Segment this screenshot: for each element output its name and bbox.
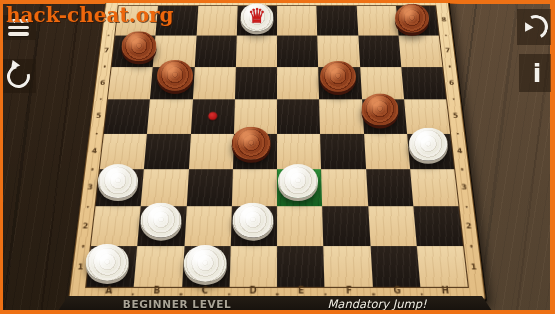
frame-nail xyxy=(236,0,238,2)
frame-nail xyxy=(276,293,279,296)
square-D1 xyxy=(229,246,277,287)
level-label: BEGINNER LEVEL xyxy=(123,298,231,310)
square-A6 xyxy=(108,67,153,100)
row-label-right-7: 7 xyxy=(445,48,451,54)
col-label-bottom-C: C xyxy=(202,287,209,294)
square-F7 xyxy=(317,36,359,67)
frame-nail xyxy=(465,206,468,208)
square-G5[interactable] xyxy=(362,99,407,133)
square-F5 xyxy=(319,99,363,133)
row-label-right-6: 6 xyxy=(449,80,455,86)
square-C7[interactable] xyxy=(194,36,236,67)
square-C6 xyxy=(192,67,235,100)
frame-nail xyxy=(456,132,459,134)
square-B6[interactable] xyxy=(150,67,194,100)
square-H6[interactable] xyxy=(401,67,446,100)
frame-nail xyxy=(157,0,159,2)
frame-nail xyxy=(324,293,327,296)
col-label-bottom-H: H xyxy=(441,287,449,294)
frame-nail xyxy=(227,293,230,296)
square-C8 xyxy=(196,6,237,36)
square-A7[interactable] xyxy=(112,36,156,67)
square-D2[interactable] xyxy=(231,206,277,245)
frame-nail xyxy=(395,0,397,2)
square-A2 xyxy=(91,206,141,245)
frame-nail xyxy=(316,0,318,2)
row-label-left-5: 5 xyxy=(96,113,102,120)
square-E8 xyxy=(277,6,317,36)
frame-nail xyxy=(420,293,423,296)
square-G7[interactable] xyxy=(358,36,401,67)
square-D8[interactable] xyxy=(237,6,277,36)
square-B1 xyxy=(134,246,184,287)
row-label-left-6: 6 xyxy=(100,80,106,86)
frame-nail xyxy=(355,0,357,2)
square-H1 xyxy=(416,246,467,287)
square-A3[interactable] xyxy=(96,169,145,206)
row-label-right-4: 4 xyxy=(457,148,463,155)
frame-nail xyxy=(179,293,182,296)
board-grid xyxy=(85,5,469,288)
watermark-text: hack-cheat.org xyxy=(6,3,174,27)
col-label-bottom-A: A xyxy=(105,287,113,294)
square-G2 xyxy=(368,206,417,245)
row-label-right-8: 8 xyxy=(441,17,447,23)
square-F3 xyxy=(321,169,367,206)
frame-nail xyxy=(81,245,84,248)
square-A4 xyxy=(100,133,147,169)
frame-nail xyxy=(107,34,110,36)
col-label-bottom-G: G xyxy=(393,287,401,294)
frame-nail xyxy=(448,65,451,67)
restart-button[interactable] xyxy=(1,59,36,93)
frame-nail xyxy=(103,65,106,67)
square-D6[interactable] xyxy=(235,67,277,100)
square-F2[interactable] xyxy=(322,206,370,245)
col-label-bottom-D: D xyxy=(249,287,256,294)
undo-icon xyxy=(521,12,551,42)
row-label-left-3: 3 xyxy=(87,184,93,191)
frame-nail xyxy=(444,34,447,36)
square-B2[interactable] xyxy=(138,206,187,245)
frame-nail xyxy=(95,132,98,134)
square-F6[interactable] xyxy=(318,67,361,100)
square-H2[interactable] xyxy=(413,206,463,245)
info-icon: i xyxy=(533,59,542,88)
square-H4[interactable] xyxy=(407,133,454,169)
square-G8 xyxy=(356,6,398,36)
undo-button[interactable] xyxy=(517,9,555,45)
row-label-left-2: 2 xyxy=(82,223,88,231)
col-label-bottom-B: B xyxy=(153,287,160,294)
col-label-bottom-F: F xyxy=(346,287,352,294)
square-E2 xyxy=(277,206,323,245)
row-label-right-3: 3 xyxy=(461,184,467,191)
square-E4 xyxy=(277,133,321,169)
square-G1[interactable] xyxy=(370,246,420,287)
square-E3[interactable] xyxy=(277,169,322,206)
square-H7 xyxy=(398,36,442,67)
row-label-right-5: 5 xyxy=(452,113,458,120)
square-G4 xyxy=(364,133,410,169)
square-E1[interactable] xyxy=(277,246,325,287)
square-D7 xyxy=(236,36,277,67)
square-B4[interactable] xyxy=(144,133,190,169)
col-label-top-D: D xyxy=(255,0,260,4)
square-H8[interactable] xyxy=(396,6,439,36)
row-label-left-4: 4 xyxy=(91,148,97,155)
square-F8[interactable] xyxy=(317,6,358,36)
square-B5 xyxy=(147,99,192,133)
checkers-board: AABBCCDDEEFFGGHH8877665544332211 xyxy=(68,0,486,300)
square-C5[interactable] xyxy=(190,99,234,133)
frame-nail xyxy=(91,168,94,170)
square-D4[interactable] xyxy=(233,133,277,169)
col-label-bottom-E: E xyxy=(298,287,304,294)
square-B3 xyxy=(141,169,189,206)
row-label-left-7: 7 xyxy=(104,48,110,54)
frame-nail xyxy=(99,98,102,100)
frame-nail xyxy=(196,0,198,2)
frame-nail xyxy=(276,0,278,2)
square-E5[interactable] xyxy=(277,99,320,133)
status-bar: BEGINNER LEVEL Mandatory Jump! xyxy=(58,296,492,311)
square-H5 xyxy=(404,99,450,133)
row-label-left-1: 1 xyxy=(77,263,84,271)
col-label-top-G: G xyxy=(374,0,379,4)
square-G3[interactable] xyxy=(366,169,414,206)
row-label-right-2: 2 xyxy=(466,223,472,231)
col-label-top-F: F xyxy=(334,0,338,4)
hint-dot[interactable] xyxy=(208,112,217,120)
frame-nail xyxy=(470,245,473,248)
square-F4[interactable] xyxy=(320,133,365,169)
square-D3 xyxy=(232,169,277,206)
row-label-right-1: 1 xyxy=(470,263,477,271)
square-C4 xyxy=(188,133,233,169)
info-button[interactable]: i xyxy=(519,54,555,92)
frame-nail xyxy=(452,98,455,100)
frame-nail xyxy=(372,293,375,296)
square-C3[interactable] xyxy=(186,169,232,206)
square-D5 xyxy=(234,99,277,133)
square-A5[interactable] xyxy=(104,99,150,133)
col-label-top-C: C xyxy=(215,0,220,4)
square-C1[interactable] xyxy=(182,246,231,287)
col-label-top-B: B xyxy=(175,0,180,4)
status-message: Mandatory Jump! xyxy=(327,297,426,311)
square-F1 xyxy=(323,246,372,287)
frame-nail xyxy=(131,293,134,296)
col-label-top-E: E xyxy=(295,0,299,4)
square-C2 xyxy=(184,206,232,245)
restart-icon xyxy=(3,60,35,92)
square-E6 xyxy=(277,67,319,100)
frame-nail xyxy=(460,168,463,170)
square-H3 xyxy=(410,169,459,206)
col-label-top-H: H xyxy=(413,0,418,4)
square-A1[interactable] xyxy=(86,246,137,287)
frame-nail xyxy=(86,206,89,208)
app-screen: AABBCCDDEEFFGGHH8877665544332211 ♛ BEGIN… xyxy=(0,0,555,314)
square-B7 xyxy=(153,36,196,67)
square-G6 xyxy=(360,67,404,100)
square-E7[interactable] xyxy=(277,36,318,67)
